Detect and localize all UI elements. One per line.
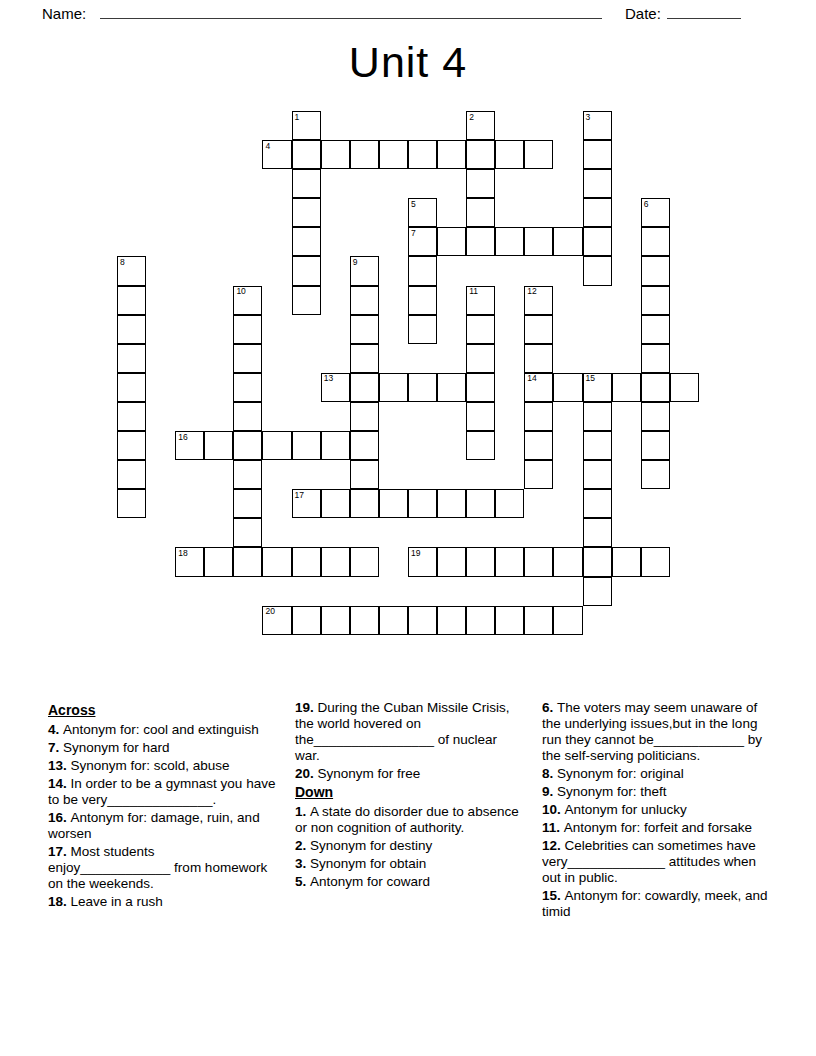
cell-r15-c11 — [437, 547, 466, 576]
date-label: Date: — [625, 5, 661, 22]
clue-number: 15. — [542, 888, 565, 903]
cell-r5-c18 — [641, 256, 670, 285]
cell-r9-c17 — [612, 373, 641, 402]
cell-r10-c0 — [117, 402, 146, 431]
cell-r1-c13 — [495, 140, 524, 169]
cell-number: 16 — [178, 433, 187, 442]
cell-r12-c0 — [117, 460, 146, 489]
cell-r9-c0 — [117, 373, 146, 402]
cell-r10-c16 — [583, 402, 612, 431]
clue-down-5: 5. Antonym for coward — [295, 874, 523, 890]
cell-r3-c6 — [292, 198, 321, 227]
cell-number: 11 — [469, 287, 478, 296]
clue-column-1: Across4. Antonym for: cool and extinguis… — [48, 700, 276, 922]
cell-r11-c7 — [321, 431, 350, 460]
clue-down-11: 11. Antonym for: forfeit and forsake — [542, 820, 770, 836]
cell-r1-c11 — [437, 140, 466, 169]
cell-r11-c12 — [466, 431, 495, 460]
cell-r10-c18 — [641, 402, 670, 431]
cell-r17-c6 — [292, 606, 321, 635]
cell-r15-c7 — [321, 547, 350, 576]
cell-r1-c9 — [379, 140, 408, 169]
cell-r17-c10 — [408, 606, 437, 635]
cell-r7-c14 — [524, 315, 553, 344]
cell-r7-c4 — [233, 315, 262, 344]
clue-number: 4. — [48, 722, 63, 737]
clue-column-3: 6. The voters may seem unaware of the un… — [542, 700, 770, 922]
cell-r4-c11 — [437, 227, 466, 256]
cell-r9-c15 — [553, 373, 582, 402]
cell-r1-c5: 4 — [262, 140, 291, 169]
clue-number: 3. — [295, 856, 310, 871]
cell-number: 18 — [178, 549, 187, 558]
cell-r7-c12 — [466, 315, 495, 344]
cell-r11-c2: 16 — [175, 431, 204, 460]
cell-r13-c0 — [117, 489, 146, 518]
cell-r1-c8 — [350, 140, 379, 169]
cell-r5-c10 — [408, 256, 437, 285]
cell-r6-c6 — [292, 286, 321, 315]
cell-r13-c13 — [495, 489, 524, 518]
clue-number: 1. — [295, 804, 310, 819]
cell-r13-c8 — [350, 489, 379, 518]
cell-r4-c6 — [292, 227, 321, 256]
clue-number: 8. — [542, 766, 557, 781]
clue-across-7: 7. Synonym for hard — [48, 740, 276, 756]
page-title: Unit 4 — [0, 38, 816, 87]
clue-down-8: 8. Synonym for: original — [542, 766, 770, 782]
cell-r9-c7: 13 — [321, 373, 350, 402]
cell-r17-c8 — [350, 606, 379, 635]
cell-r2-c16 — [583, 169, 612, 198]
cell-r0-c6: 1 — [292, 111, 321, 140]
clue-number: 6. — [542, 700, 557, 715]
cell-r17-c11 — [437, 606, 466, 635]
cell-r1-c6 — [292, 140, 321, 169]
clue-number: 9. — [542, 784, 557, 799]
cell-r8-c8 — [350, 344, 379, 373]
cell-r15-c10: 19 — [408, 547, 437, 576]
clue-down-3: 3. Synonym for obtain — [295, 856, 523, 872]
cell-r5-c0: 8 — [117, 256, 146, 285]
cell-r10-c12 — [466, 402, 495, 431]
cell-r4-c10: 7 — [408, 227, 437, 256]
cell-r17-c14 — [524, 606, 553, 635]
cell-r17-c5: 20 — [262, 606, 291, 635]
clue-column-2: 19. During the Cuban Missile Crisis, the… — [295, 700, 523, 922]
cell-number: 10 — [236, 287, 245, 296]
clue-number: 5. — [295, 874, 310, 889]
cell-r13-c7 — [321, 489, 350, 518]
clue-down-10: 10. Antonym for unlucky — [542, 802, 770, 818]
cell-r1-c14 — [524, 140, 553, 169]
clue-number: 19. — [295, 700, 318, 715]
cell-r13-c12 — [466, 489, 495, 518]
cell-r6-c14: 12 — [524, 286, 553, 315]
cell-r12-c16 — [583, 460, 612, 489]
cell-r3-c10: 5 — [408, 198, 437, 227]
clue-across-14: 14. In order to be a gymnast you have to… — [48, 776, 276, 808]
cell-r7-c0 — [117, 315, 146, 344]
clue-across-19: 19. During the Cuban Missile Crisis, the… — [295, 700, 523, 764]
clue-number: 16. — [48, 810, 71, 825]
clue-down-15: 15. Antonym for: cowardly, meek, and tim… — [542, 888, 770, 920]
clue-number: 20. — [295, 766, 318, 781]
clue-across-20: 20. Synonym for free — [295, 766, 523, 782]
cell-r0-c12: 2 — [466, 111, 495, 140]
cell-r10-c14 — [524, 402, 553, 431]
cell-r0-c16: 3 — [583, 111, 612, 140]
cell-r15-c13 — [495, 547, 524, 576]
cell-r11-c8 — [350, 431, 379, 460]
cell-r13-c16 — [583, 489, 612, 518]
cell-r4-c15 — [553, 227, 582, 256]
cell-r9-c11 — [437, 373, 466, 402]
cell-number: 17 — [295, 491, 304, 500]
cell-r17-c12 — [466, 606, 495, 635]
clue-down-2: 2. Synonym for destiny — [295, 838, 523, 854]
cell-r10-c8 — [350, 402, 379, 431]
cell-r17-c15 — [553, 606, 582, 635]
cell-r6-c10 — [408, 286, 437, 315]
cell-r15-c18 — [641, 547, 670, 576]
cell-r17-c7 — [321, 606, 350, 635]
cell-r9-c4 — [233, 373, 262, 402]
cell-r8-c0 — [117, 344, 146, 373]
cell-r1-c16 — [583, 140, 612, 169]
cell-r9-c12 — [466, 373, 495, 402]
cell-r13-c4 — [233, 489, 262, 518]
cell-r11-c14 — [524, 431, 553, 460]
name-write-line — [100, 3, 602, 19]
cell-r15-c2: 18 — [175, 547, 204, 576]
cell-r6-c0 — [117, 286, 146, 315]
cell-number: 5 — [411, 200, 416, 209]
crossword-grid: 1234567891011121314151617181920 — [117, 111, 699, 635]
cell-number: 14 — [527, 374, 536, 383]
cell-r11-c4 — [233, 431, 262, 460]
clue-across-17: 17. Most students enjoy____________ from… — [48, 844, 276, 892]
cell-r7-c10 — [408, 315, 437, 344]
clue-number: 13. — [48, 758, 71, 773]
cell-r3-c18: 6 — [641, 198, 670, 227]
cell-r2-c6 — [292, 169, 321, 198]
clue-down-6: 6. The voters may seem unaware of the un… — [542, 700, 770, 764]
cell-r4-c13 — [495, 227, 524, 256]
cell-r5-c6 — [292, 256, 321, 285]
cell-r9-c19 — [670, 373, 699, 402]
cell-r16-c16 — [583, 577, 612, 606]
cell-r11-c16 — [583, 431, 612, 460]
cell-r12-c4 — [233, 460, 262, 489]
clue-number: 17. — [48, 844, 71, 859]
worksheet-page: Name: Date: Unit 4 123456789101112131415… — [0, 0, 816, 1056]
cell-number: 12 — [527, 287, 536, 296]
clue-number: 14. — [48, 776, 71, 791]
cell-r9-c16: 15 — [583, 373, 612, 402]
cell-r12-c14 — [524, 460, 553, 489]
cell-r11-c5 — [262, 431, 291, 460]
clue-number: 18. — [48, 894, 71, 909]
clue-number: 10. — [542, 802, 565, 817]
cell-r6-c12: 11 — [466, 286, 495, 315]
cell-r15-c12 — [466, 547, 495, 576]
clue-down-1: 1. A state do disorder due to absence or… — [295, 804, 523, 836]
cell-r13-c6: 17 — [292, 489, 321, 518]
cell-number: 2 — [469, 113, 474, 122]
cell-r3-c16 — [583, 198, 612, 227]
cell-number: 6 — [644, 200, 649, 209]
cell-r13-c10 — [408, 489, 437, 518]
cell-r9-c10 — [408, 373, 437, 402]
cell-r1-c12 — [466, 140, 495, 169]
cell-r7-c18 — [641, 315, 670, 344]
cell-number: 20 — [265, 607, 274, 616]
cell-r12-c18 — [641, 460, 670, 489]
cell-r11-c3 — [204, 431, 233, 460]
cell-r9-c18 — [641, 373, 670, 402]
cell-number: 4 — [265, 142, 270, 151]
cell-r15-c4 — [233, 547, 262, 576]
cell-r9-c9 — [379, 373, 408, 402]
clue-number: 12. — [542, 838, 565, 853]
cell-r15-c5 — [262, 547, 291, 576]
cell-r17-c13 — [495, 606, 524, 635]
cell-number: 13 — [324, 374, 333, 383]
clue-section: Across4. Antonym for: cool and extinguis… — [48, 700, 770, 922]
clue-across-4: 4. Antonym for: cool and extinguish — [48, 722, 276, 738]
clue-across-13: 13. Synonym for: scold, abuse — [48, 758, 276, 774]
cell-r8-c4 — [233, 344, 262, 373]
cell-number: 15 — [586, 374, 595, 383]
cell-r17-c9 — [379, 606, 408, 635]
cell-r5-c8: 9 — [350, 256, 379, 285]
cell-r8-c14 — [524, 344, 553, 373]
cell-number: 9 — [353, 258, 358, 267]
cell-number: 8 — [120, 258, 125, 267]
cell-r8-c18 — [641, 344, 670, 373]
cell-r3-c12 — [466, 198, 495, 227]
cell-r11-c6 — [292, 431, 321, 460]
across-heading: Across — [48, 702, 276, 718]
cell-r15-c8 — [350, 547, 379, 576]
cell-r1-c10 — [408, 140, 437, 169]
cell-r9-c8 — [350, 373, 379, 402]
cell-r7-c8 — [350, 315, 379, 344]
clue-number: 7. — [48, 740, 63, 755]
cell-r15-c3 — [204, 547, 233, 576]
clue-number: 11. — [542, 820, 564, 835]
cell-r4-c14 — [524, 227, 553, 256]
cell-r6-c8 — [350, 286, 379, 315]
cell-r13-c9 — [379, 489, 408, 518]
cell-r15-c15 — [553, 547, 582, 576]
cell-r1-c7 — [321, 140, 350, 169]
cell-r6-c18 — [641, 286, 670, 315]
cell-number: 3 — [586, 113, 591, 122]
clue-across-16: 16. Antonym for: damage, ruin, and worse… — [48, 810, 276, 842]
cell-r15-c6 — [292, 547, 321, 576]
cell-r5-c16 — [583, 256, 612, 285]
clue-across-18: 18. Leave in a rush — [48, 894, 276, 910]
down-heading: Down — [295, 784, 523, 800]
clue-down-9: 9. Synonym for: theft — [542, 784, 770, 800]
cell-r15-c17 — [612, 547, 641, 576]
date-write-line — [667, 3, 741, 19]
cell-r15-c16 — [583, 547, 612, 576]
cell-number: 19 — [411, 549, 420, 558]
cell-r4-c16 — [583, 227, 612, 256]
cell-r11-c18 — [641, 431, 670, 460]
cell-r13-c11 — [437, 489, 466, 518]
name-label: Name: — [42, 5, 86, 22]
cell-r4-c18 — [641, 227, 670, 256]
cell-r4-c12 — [466, 227, 495, 256]
cell-r8-c12 — [466, 344, 495, 373]
clue-number: 2. — [295, 838, 310, 853]
cell-r12-c8 — [350, 460, 379, 489]
cell-r6-c4: 10 — [233, 286, 262, 315]
cell-number: 7 — [411, 229, 416, 238]
cell-r14-c4 — [233, 518, 262, 547]
cell-r9-c14: 14 — [524, 373, 553, 402]
cell-r2-c12 — [466, 169, 495, 198]
cell-r11-c0 — [117, 431, 146, 460]
cell-number: 1 — [295, 113, 300, 122]
cell-r10-c4 — [233, 402, 262, 431]
cell-r15-c14 — [524, 547, 553, 576]
cell-r14-c16 — [583, 518, 612, 547]
clue-down-12: 12. Celebrities can sometimes have very_… — [542, 838, 770, 886]
